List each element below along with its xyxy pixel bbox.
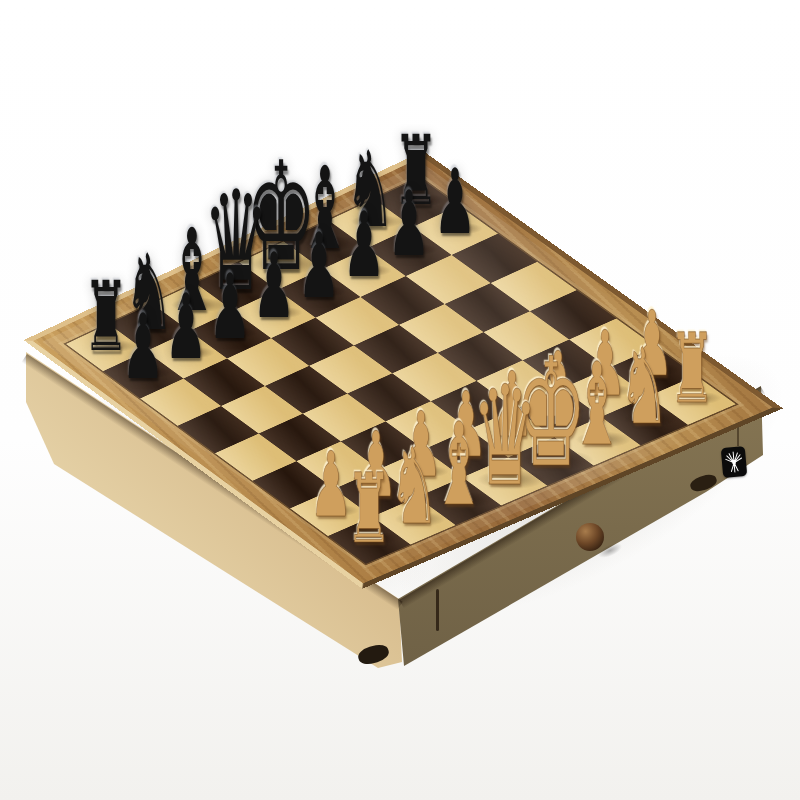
piece-white-knight[interactable]: ♞ [389,435,439,540]
piece-white-knight[interactable]: ♞ [619,335,669,440]
piece-black-pawn[interactable]: ♟ [388,178,431,268]
piece-black-pawn[interactable]: ♟ [253,240,296,330]
piece-black-pawn[interactable]: ♟ [209,261,252,351]
piece-black-pawn[interactable]: ♟ [342,199,385,289]
drawer-knob [576,523,604,551]
brand-eagle-icon [723,448,745,476]
piece-black-pawn[interactable]: ♟ [434,156,477,246]
chess-set-product-photo: ♜♞♝♛♚♝♞♜♟♟♟♟♟♟♟♟♟♟♟♟♟♟♟♟♜♞♝♛♚♝♞♜ [0,0,800,800]
piece-white-rook[interactable]: ♜ [669,322,715,418]
piece-black-pawn[interactable]: ♟ [297,220,340,310]
brand-badge [721,446,748,478]
piece-black-pawn[interactable]: ♟ [122,301,165,391]
piece-white-bishop[interactable]: ♝ [432,408,487,522]
piece-white-rook[interactable]: ♜ [346,462,392,558]
piece-black-pawn[interactable]: ♟ [165,281,208,371]
